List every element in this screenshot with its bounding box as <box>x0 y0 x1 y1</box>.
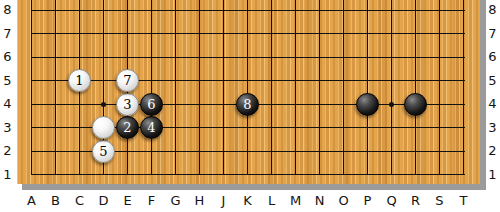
coord-label-left-2: 2 <box>0 143 15 158</box>
coord-label-bottom-C: C <box>68 193 91 208</box>
grid-line-vertical-A <box>31 0 32 175</box>
stone-white-move-5-D2[interactable]: 5 <box>92 140 115 163</box>
coord-label-left-1: 1 <box>0 167 15 182</box>
grid-line-vertical-F <box>151 0 152 175</box>
coord-label-bottom-L: L <box>260 193 283 208</box>
board-shadow-bottom <box>22 184 485 190</box>
grid-line-vertical-T <box>463 0 464 175</box>
stone-move-number: 1 <box>75 74 83 87</box>
grid-line-vertical-N <box>319 0 320 175</box>
coord-label-bottom-Q: Q <box>380 193 403 208</box>
star-point-Q4 <box>389 102 394 107</box>
coord-label-bottom-H: H <box>188 193 211 208</box>
stone-black-move-6-F4[interactable]: 6 <box>140 93 163 116</box>
grid-line-vertical-M <box>295 0 296 175</box>
coord-label-bottom-B: B <box>44 193 67 208</box>
coord-label-left-3: 3 <box>0 120 15 135</box>
coord-label-bottom-G: G <box>164 193 187 208</box>
coord-label-left-4: 4 <box>0 96 15 111</box>
grid-line-horizontal-7 <box>31 33 465 34</box>
coord-label-bottom-N: N <box>308 193 331 208</box>
coord-label-right-7: 7 <box>485 26 500 41</box>
coord-label-bottom-E: E <box>116 193 139 208</box>
grid-line-vertical-J <box>223 0 224 175</box>
coord-label-bottom-P: P <box>356 193 379 208</box>
coord-label-bottom-J: J <box>212 193 235 208</box>
stone-move-number: 8 <box>243 98 251 111</box>
grid-line-vertical-P <box>367 0 368 175</box>
grid-line-vertical-S <box>439 0 440 175</box>
grid-line-vertical-B <box>55 0 56 175</box>
grid-line-vertical-O <box>343 0 344 175</box>
coord-label-left-6: 6 <box>0 49 15 64</box>
grid-line-vertical-R <box>415 0 416 175</box>
stone-move-number: 5 <box>99 145 107 158</box>
coord-label-bottom-T: T <box>452 193 475 208</box>
grid-line-vertical-Q <box>391 0 392 175</box>
grid-line-vertical-K <box>247 0 248 175</box>
coord-label-right-1: 1 <box>485 167 500 182</box>
stone-move-number: 4 <box>147 121 155 134</box>
grid-line-horizontal-8 <box>31 10 465 11</box>
coord-label-bottom-O: O <box>332 193 355 208</box>
grid-line-vertical-H <box>199 0 200 175</box>
coord-label-left-5: 5 <box>0 73 15 88</box>
coord-label-bottom-M: M <box>284 193 307 208</box>
stone-black-P4[interactable] <box>356 93 379 116</box>
stone-move-number: 7 <box>123 74 131 87</box>
coord-label-bottom-S: S <box>428 193 451 208</box>
stone-black-R4[interactable] <box>404 93 427 116</box>
grid-line-horizontal-6 <box>31 57 465 58</box>
coord-label-bottom-K: K <box>236 193 259 208</box>
coord-label-right-2: 2 <box>485 143 500 158</box>
stone-white-move-3-E4[interactable]: 3 <box>116 93 139 116</box>
stone-move-number: 3 <box>123 98 131 111</box>
grid-line-horizontal-1 <box>31 174 465 175</box>
grid-line-vertical-G <box>175 0 176 175</box>
coord-label-bottom-R: R <box>404 193 427 208</box>
coord-label-bottom-D: D <box>92 193 115 208</box>
coord-label-bottom-A: A <box>20 193 43 208</box>
coord-label-right-5: 5 <box>485 73 500 88</box>
coord-label-left-7: 7 <box>0 26 15 41</box>
coord-label-right-8: 8 <box>485 2 500 17</box>
grid-line-vertical-L <box>271 0 272 175</box>
coord-label-bottom-F: F <box>140 193 163 208</box>
coord-label-right-4: 4 <box>485 96 500 111</box>
grid-line-horizontal-5 <box>31 80 465 81</box>
stone-black-move-8-K4[interactable]: 8 <box>236 93 259 116</box>
coord-label-left-8: 8 <box>0 2 15 17</box>
coord-label-right-3: 3 <box>485 120 500 135</box>
coord-label-right-6: 6 <box>485 49 500 64</box>
stone-move-number: 6 <box>147 98 155 111</box>
go-diagram-page: 123456788765432187654321ABCDEFGHJKLMNOPQ… <box>0 0 500 212</box>
board-wood-surface[interactable] <box>17 0 480 184</box>
stone-move-number: 2 <box>123 121 131 134</box>
star-point-D4 <box>101 102 106 107</box>
